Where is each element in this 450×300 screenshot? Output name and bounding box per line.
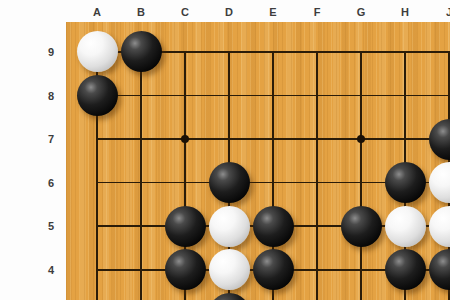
row-label-9: 9: [48, 46, 54, 58]
stone-white-H5[interactable]: [385, 206, 426, 247]
column-label-H: H: [401, 6, 409, 18]
column-label-E: E: [269, 6, 276, 18]
stone-black-E4[interactable]: [253, 249, 294, 290]
stone-black-C4[interactable]: [165, 249, 206, 290]
stone-black-J7[interactable]: [429, 119, 450, 160]
row-label-8: 8: [48, 90, 54, 102]
stone-white-J6[interactable]: [429, 162, 450, 203]
stone-black-H6[interactable]: [385, 162, 426, 203]
stone-black-H4[interactable]: [385, 249, 426, 290]
column-label-J: J: [446, 6, 450, 18]
star-point-G7: [357, 135, 365, 143]
stone-black-G5[interactable]: [341, 206, 382, 247]
stone-black-J4[interactable]: [429, 249, 450, 290]
column-label-G: G: [357, 6, 366, 18]
column-label-C: C: [181, 6, 189, 18]
go-board[interactable]: [75, 30, 450, 300]
stone-black-C5[interactable]: [165, 206, 206, 247]
stone-black-E5[interactable]: [253, 206, 294, 247]
column-label-F: F: [314, 6, 321, 18]
stone-black-D6[interactable]: [209, 162, 250, 203]
stone-black-D3[interactable]: [209, 293, 250, 300]
column-label-D: D: [225, 6, 233, 18]
stone-white-D4[interactable]: [209, 249, 250, 290]
row-label-6: 6: [48, 177, 54, 189]
column-label-A: A: [93, 6, 101, 18]
row-label-5: 5: [48, 220, 54, 232]
column-labels: ABCDEFGHJ: [75, 0, 450, 24]
go-diagram: ABCDEFGHJ 987654: [0, 0, 450, 300]
row-labels: 987654: [34, 30, 68, 292]
column-label-B: B: [137, 6, 145, 18]
row-label-4: 4: [48, 264, 54, 276]
stone-white-A9[interactable]: [77, 31, 118, 72]
stone-black-B9[interactable]: [121, 31, 162, 72]
row-label-7: 7: [48, 133, 54, 145]
star-point-C7: [181, 135, 189, 143]
stone-white-D5[interactable]: [209, 206, 250, 247]
stone-black-A8[interactable]: [77, 75, 118, 116]
stone-white-J5[interactable]: [429, 206, 450, 247]
